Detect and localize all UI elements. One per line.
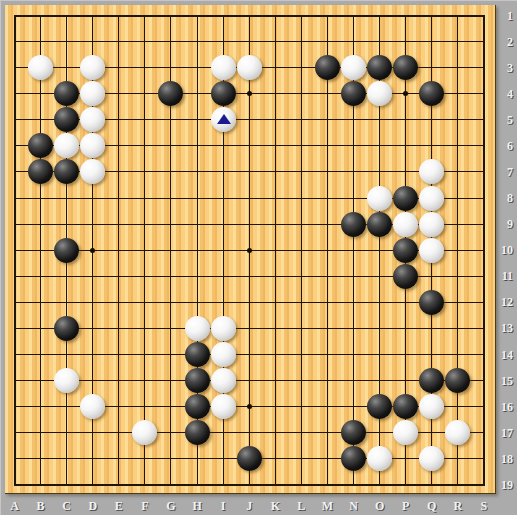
stone-black-P8	[393, 186, 418, 211]
stone-white-P9	[393, 212, 418, 237]
row-label-19: 19	[495, 477, 513, 493]
stone-white-I14	[211, 342, 236, 367]
col-label-I: I	[214, 498, 232, 514]
stone-white-Q9	[419, 212, 444, 237]
stone-white-H13	[185, 316, 210, 341]
row-label-8: 8	[495, 190, 513, 206]
star-point-J10	[247, 248, 252, 253]
row-label-7: 7	[495, 164, 513, 180]
stone-black-I4	[211, 81, 236, 106]
stone-white-Q8	[419, 186, 444, 211]
col-label-A: A	[6, 498, 24, 514]
row-label-9: 9	[495, 216, 513, 232]
stone-black-M3	[315, 55, 340, 80]
col-label-Q: Q	[423, 498, 441, 514]
row-label-13: 13	[495, 320, 513, 336]
row-label-17: 17	[495, 425, 513, 441]
row-label-2: 2	[495, 34, 513, 50]
triangle-marker-icon	[217, 114, 231, 124]
row-label-15: 15	[495, 373, 513, 389]
stone-black-P11	[393, 264, 418, 289]
col-label-F: F	[136, 498, 154, 514]
stone-black-H15	[185, 368, 210, 393]
row-label-11: 11	[495, 268, 513, 284]
stone-black-H16	[185, 394, 210, 419]
stone-white-O8	[367, 186, 392, 211]
col-label-S: S	[475, 498, 493, 514]
col-label-M: M	[318, 498, 336, 514]
col-label-G: G	[162, 498, 180, 514]
stone-black-H14	[185, 342, 210, 367]
col-label-E: E	[110, 498, 128, 514]
stone-black-C13	[54, 316, 79, 341]
stone-white-Q10	[419, 238, 444, 263]
col-label-P: P	[397, 498, 415, 514]
col-label-D: D	[84, 498, 102, 514]
col-label-N: N	[345, 498, 363, 514]
stone-white-I3	[211, 55, 236, 80]
go-board-window: ABCDEFGHIJKLMNOPQRS 12345678910111213141…	[0, 0, 517, 515]
row-label-3: 3	[495, 60, 513, 76]
star-point-J4	[247, 91, 252, 96]
col-label-O: O	[371, 498, 389, 514]
stone-white-I5-last-move	[211, 107, 236, 132]
stone-black-C10	[54, 238, 79, 263]
stone-black-N9	[341, 212, 366, 237]
row-label-12: 12	[495, 294, 513, 310]
col-label-L: L	[292, 498, 310, 514]
stone-black-H17	[185, 420, 210, 445]
row-label-16: 16	[495, 399, 513, 415]
col-label-J: J	[240, 498, 258, 514]
row-label-1: 1	[495, 8, 513, 24]
stone-black-O9	[367, 212, 392, 237]
row-label-4: 4	[495, 86, 513, 102]
col-label-H: H	[188, 498, 206, 514]
col-label-B: B	[32, 498, 50, 514]
stone-white-I16	[211, 394, 236, 419]
stone-white-I13	[211, 316, 236, 341]
row-label-18: 18	[495, 451, 513, 467]
col-label-C: C	[58, 498, 76, 514]
row-label-10: 10	[495, 242, 513, 258]
col-label-K: K	[266, 498, 284, 514]
row-label-14: 14	[495, 347, 513, 363]
star-point-D10	[90, 248, 95, 253]
row-label-5: 5	[495, 112, 513, 128]
stone-white-J3	[237, 55, 262, 80]
col-label-R: R	[449, 498, 467, 514]
stone-black-P10	[393, 238, 418, 263]
row-label-6: 6	[495, 138, 513, 154]
stone-black-Q12	[419, 290, 444, 315]
stone-black-J18	[237, 446, 262, 471]
stone-white-I15	[211, 368, 236, 393]
star-point-J16	[247, 404, 252, 409]
